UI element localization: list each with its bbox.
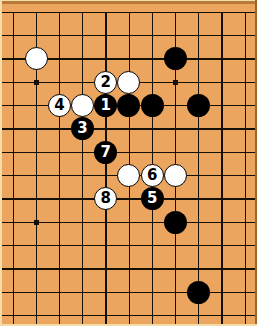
board-point — [71, 304, 94, 326]
board-point — [233, 304, 256, 326]
board-point — [187, 257, 210, 280]
board-point — [25, 187, 48, 210]
board-point — [48, 304, 71, 326]
board-point — [164, 140, 187, 163]
board-point — [117, 257, 140, 280]
board-point — [117, 94, 140, 117]
board-point — [164, 70, 187, 93]
board-point: 5 — [141, 187, 164, 210]
move-number: 5 — [147, 191, 157, 206]
board-point — [210, 280, 233, 303]
board-point — [1, 24, 24, 47]
board-point — [48, 280, 71, 303]
board-point — [210, 210, 233, 233]
board-point — [141, 24, 164, 47]
board-point — [1, 257, 24, 280]
board-frame-left — [0, 0, 2, 326]
board-point — [1, 210, 24, 233]
board-point — [94, 257, 117, 280]
board-point — [71, 280, 94, 303]
board-point — [164, 280, 187, 303]
black-stone — [164, 47, 187, 70]
board-point — [71, 164, 94, 187]
board-point — [187, 187, 210, 210]
board-point — [164, 234, 187, 257]
board-point — [117, 47, 140, 70]
board-frame-right — [255, 0, 257, 326]
board-point — [141, 210, 164, 233]
board-point — [233, 234, 256, 257]
board-point — [164, 47, 187, 70]
black-stone-move-3: 3 — [71, 117, 94, 140]
board-point — [210, 140, 233, 163]
board-point — [187, 70, 210, 93]
board-point: 7 — [94, 140, 117, 163]
board-point: 3 — [71, 117, 94, 140]
white-stone — [25, 47, 48, 70]
board-point — [233, 70, 256, 93]
board-point — [233, 140, 256, 163]
board-point — [141, 47, 164, 70]
board-point — [1, 164, 24, 187]
board-point — [25, 280, 48, 303]
board-point — [94, 47, 117, 70]
board-point — [187, 280, 210, 303]
board-point — [48, 70, 71, 93]
board-point — [210, 164, 233, 187]
board-point — [187, 164, 210, 187]
white-stone-move-2: 2 — [94, 71, 117, 94]
board-point — [141, 257, 164, 280]
black-stone-move-7: 7 — [94, 141, 117, 164]
board-point — [1, 70, 24, 93]
board-point — [233, 210, 256, 233]
board-point — [233, 94, 256, 117]
go-board-diagram: 24137685 — [0, 0, 257, 326]
board-point — [48, 140, 71, 163]
board-point — [25, 164, 48, 187]
black-stone-move-1: 1 — [94, 94, 117, 117]
board-point — [25, 70, 48, 93]
board-point — [210, 70, 233, 93]
board-point — [187, 47, 210, 70]
board-point — [48, 24, 71, 47]
board-point — [48, 257, 71, 280]
board-point — [117, 24, 140, 47]
board-point — [48, 187, 71, 210]
board-point — [187, 117, 210, 140]
board-point — [210, 257, 233, 280]
board-point — [1, 140, 24, 163]
board-point — [210, 304, 233, 326]
black-stone — [187, 281, 210, 304]
board-point — [141, 280, 164, 303]
board-point: 2 — [94, 70, 117, 93]
board-point — [164, 210, 187, 233]
move-number: 3 — [77, 121, 87, 136]
board-point — [71, 257, 94, 280]
board-point — [1, 94, 24, 117]
board-point — [1, 304, 24, 326]
board-point — [233, 47, 256, 70]
board-point — [141, 94, 164, 117]
board-point — [141, 304, 164, 326]
black-stone — [187, 94, 210, 117]
board-point — [94, 234, 117, 257]
board-point — [233, 117, 256, 140]
board-point — [25, 94, 48, 117]
black-stone — [141, 94, 164, 117]
board-point — [25, 210, 48, 233]
board-point — [141, 234, 164, 257]
board-point — [164, 304, 187, 326]
board-point — [117, 70, 140, 93]
board-point — [117, 117, 140, 140]
white-stone — [117, 164, 140, 187]
board-point — [71, 70, 94, 93]
board-point — [187, 24, 210, 47]
board-point — [48, 234, 71, 257]
board-point — [233, 24, 256, 47]
board-point — [210, 24, 233, 47]
white-stone — [164, 164, 187, 187]
board-point — [71, 210, 94, 233]
go-board-grid: 24137685 — [1, 0, 256, 326]
board-point — [210, 94, 233, 117]
board-point — [164, 257, 187, 280]
board-point — [117, 210, 140, 233]
board-point — [94, 280, 117, 303]
board-point — [210, 47, 233, 70]
white-stone — [71, 94, 94, 117]
black-stone — [164, 211, 187, 234]
board-point — [94, 117, 117, 140]
move-number: 6 — [147, 168, 157, 183]
board-point — [117, 140, 140, 163]
board-point: 1 — [94, 94, 117, 117]
board-point — [1, 280, 24, 303]
white-stone-move-4: 4 — [48, 94, 71, 117]
board-point — [233, 257, 256, 280]
board-point — [117, 280, 140, 303]
board-point — [233, 164, 256, 187]
board-point — [94, 24, 117, 47]
board-point — [187, 210, 210, 233]
board-point — [25, 140, 48, 163]
board-point — [210, 187, 233, 210]
board-point: 8 — [94, 187, 117, 210]
board-point — [71, 234, 94, 257]
board-point — [210, 117, 233, 140]
board-point — [71, 140, 94, 163]
white-stone — [117, 71, 140, 94]
board-point — [1, 117, 24, 140]
board-point: 6 — [141, 164, 164, 187]
board-point — [233, 280, 256, 303]
board-point — [117, 234, 140, 257]
board-point — [94, 304, 117, 326]
board-point — [71, 47, 94, 70]
board-point — [25, 304, 48, 326]
board-point — [164, 164, 187, 187]
white-stone-move-8: 8 — [94, 187, 117, 210]
board-point — [117, 187, 140, 210]
board-point — [25, 234, 48, 257]
black-stone — [117, 94, 140, 117]
board-point — [48, 117, 71, 140]
board-point — [25, 47, 48, 70]
board-point — [141, 117, 164, 140]
board-point — [210, 234, 233, 257]
board-point — [25, 117, 48, 140]
board-point — [71, 187, 94, 210]
board-point — [187, 234, 210, 257]
board-point — [94, 210, 117, 233]
board-point: 4 — [48, 94, 71, 117]
board-point — [164, 117, 187, 140]
board-point — [187, 94, 210, 117]
board-point — [164, 94, 187, 117]
move-number: 2 — [101, 75, 111, 90]
board-point — [117, 304, 140, 326]
board-point — [25, 24, 48, 47]
board-point — [1, 187, 24, 210]
board-point — [164, 24, 187, 47]
board-point — [48, 47, 71, 70]
board-point — [187, 304, 210, 326]
black-stone-move-5: 5 — [141, 187, 164, 210]
board-point — [141, 140, 164, 163]
board-point — [71, 24, 94, 47]
move-number: 7 — [101, 145, 111, 160]
white-stone-move-6: 6 — [141, 164, 164, 187]
move-number: 8 — [101, 191, 111, 206]
board-point — [187, 140, 210, 163]
board-point — [1, 234, 24, 257]
move-number: 4 — [54, 98, 64, 113]
board-point — [164, 187, 187, 210]
board-point — [48, 164, 71, 187]
board-frame-top-brown — [0, 1, 257, 4]
board-point — [117, 164, 140, 187]
board-point — [94, 164, 117, 187]
board-point — [233, 187, 256, 210]
board-point — [48, 210, 71, 233]
board-point — [71, 94, 94, 117]
board-point — [25, 257, 48, 280]
board-point — [141, 70, 164, 93]
board-point — [1, 47, 24, 70]
move-number: 1 — [101, 98, 111, 113]
